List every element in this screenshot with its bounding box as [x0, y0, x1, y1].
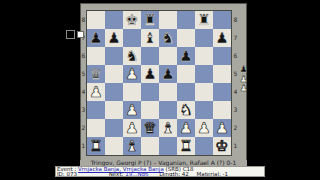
square-c8[interactable]: ♚ — [123, 11, 141, 29]
square-c3[interactable]: ♟ — [123, 101, 141, 119]
square-d6[interactable] — [141, 47, 159, 65]
square-e4[interactable] — [159, 83, 177, 101]
square-g2[interactable]: ♟ — [195, 119, 213, 137]
square-e8[interactable] — [159, 11, 177, 29]
square-f3[interactable]: ♞ — [177, 101, 195, 119]
black-bishop[interactable]: ♝ — [143, 30, 156, 45]
coord-label-7: 7 — [232, 29, 239, 47]
black-pawn[interactable]: ♟ — [161, 66, 174, 81]
game-info-panel: Event : Vrnjacka Banja, Vrnjacka Banja (… — [55, 166, 265, 177]
square-h2[interactable]: ♟ — [213, 119, 231, 137]
square-g5[interactable] — [195, 65, 213, 83]
square-d1[interactable] — [141, 137, 159, 155]
square-a5[interactable]: ♛ — [87, 65, 105, 83]
black-pawn[interactable]: ♟ — [179, 48, 192, 63]
square-d5[interactable]: ♟ — [141, 65, 159, 83]
square-g1[interactable] — [195, 137, 213, 155]
white-pawn[interactable]: ♟ — [125, 120, 138, 135]
square-h7[interactable]: ♟ — [213, 29, 231, 47]
square-g7[interactable] — [195, 29, 213, 47]
square-e5[interactable]: ♟ — [159, 65, 177, 83]
square-c2[interactable]: ♟ — [123, 119, 141, 137]
square-h6[interactable] — [213, 47, 231, 65]
square-h8[interactable] — [213, 11, 231, 29]
square-c5[interactable]: ♟ — [123, 65, 141, 83]
square-g8[interactable]: ♜ — [195, 11, 213, 29]
coord-label-1: 1 — [232, 137, 239, 155]
black-pawn[interactable]: ♟ — [107, 30, 120, 45]
square-d3[interactable] — [141, 101, 159, 119]
square-f4[interactable] — [177, 83, 195, 101]
square-f7[interactable] — [177, 29, 195, 47]
square-e2[interactable]: ♝ — [159, 119, 177, 137]
white-rook[interactable]: ♜ — [179, 138, 192, 153]
black-to-move-square-icon — [66, 30, 75, 39]
square-a1[interactable]: ♜ — [87, 137, 105, 155]
square-h5[interactable] — [213, 65, 231, 83]
black-pawn[interactable]: ♟ — [89, 30, 102, 45]
game-id: ID: 073 — [57, 172, 77, 177]
square-g6[interactable] — [195, 47, 213, 65]
captured-white-pawn-icon: ♟ — [238, 84, 249, 94]
material-balance: Material: -1 — [197, 172, 228, 177]
black-pawn[interactable]: ♟ — [215, 30, 228, 45]
square-b1[interactable] — [105, 137, 123, 155]
white-pawn[interactable]: ♟ — [89, 84, 102, 99]
square-c6[interactable]: ♞ — [123, 47, 141, 65]
stats-line: ID: 073 Next: 19...Ng6 Length: 42 Materi… — [57, 172, 264, 177]
square-g3[interactable] — [195, 101, 213, 119]
white-knight[interactable]: ♞ — [179, 102, 192, 117]
square-a3[interactable] — [87, 101, 105, 119]
square-a8[interactable] — [87, 11, 105, 29]
game-length: Length: 42 — [159, 172, 189, 177]
white-rook[interactable]: ♜ — [89, 138, 102, 153]
square-d8[interactable]: ♜ — [141, 11, 159, 29]
square-a6[interactable] — [87, 47, 105, 65]
square-c4[interactable] — [123, 83, 141, 101]
black-knight[interactable]: ♞ — [125, 48, 138, 63]
captured-pieces-tray: ♟♟♟ — [238, 65, 249, 94]
square-c7[interactable] — [123, 29, 141, 47]
white-square-icon — [77, 31, 84, 38]
coord-label-3: 3 — [232, 101, 239, 119]
white-pawn[interactable]: ♟ — [197, 120, 210, 135]
square-d2[interactable]: ♛ — [141, 119, 159, 137]
square-a2[interactable] — [87, 119, 105, 137]
white-king[interactable]: ♚ — [215, 138, 228, 153]
square-h4[interactable] — [213, 83, 231, 101]
chess-board[interactable]: ♚♜♜♟♟♝♞♟♞♟♛♟♟♟♟♟♞♟♛♝♟♟♟♜♝♜♚ — [86, 10, 232, 156]
square-b5[interactable] — [105, 65, 123, 83]
coord-label-6: 6 — [232, 47, 239, 65]
square-h3[interactable] — [213, 101, 231, 119]
square-d4[interactable] — [141, 83, 159, 101]
black-queen[interactable]: ♛ — [89, 66, 102, 81]
square-e6[interactable] — [159, 47, 177, 65]
black-knight[interactable]: ♞ — [161, 30, 174, 45]
square-c1[interactable]: ♝ — [123, 137, 141, 155]
white-queen[interactable]: ♛ — [143, 120, 156, 135]
square-f1[interactable]: ♜ — [177, 137, 195, 155]
next-move-label: Next: 19...Ng6 — [109, 172, 149, 177]
white-bishop[interactable]: ♝ — [161, 120, 174, 135]
square-f6[interactable]: ♟ — [177, 47, 195, 65]
square-d7[interactable]: ♝ — [141, 29, 159, 47]
white-pawn[interactable]: ♟ — [125, 66, 138, 81]
square-f5[interactable] — [177, 65, 195, 83]
white-pawn[interactable]: ♟ — [215, 120, 228, 135]
square-b7[interactable]: ♟ — [105, 29, 123, 47]
black-pawn[interactable]: ♟ — [143, 66, 156, 81]
square-b6[interactable] — [105, 47, 123, 65]
square-b4[interactable] — [105, 83, 123, 101]
white-bishop[interactable]: ♝ — [125, 138, 138, 153]
square-e7[interactable]: ♞ — [159, 29, 177, 47]
square-h1[interactable]: ♚ — [213, 137, 231, 155]
coord-label-8: 8 — [232, 11, 239, 29]
square-a7[interactable]: ♟ — [87, 29, 105, 47]
square-a4[interactable]: ♟ — [87, 83, 105, 101]
square-f2[interactable]: ♟ — [177, 119, 195, 137]
next-move-link[interactable]: 19...Ng6 — [125, 172, 148, 177]
square-g4[interactable] — [195, 83, 213, 101]
square-f8[interactable] — [177, 11, 195, 29]
square-b8[interactable] — [105, 11, 123, 29]
square-e1[interactable] — [159, 137, 177, 155]
black-king[interactable]: ♚ — [125, 12, 138, 27]
white-pawn[interactable]: ♟ — [125, 102, 138, 117]
square-b3[interactable] — [105, 101, 123, 119]
side-to-move-indicator — [66, 30, 84, 39]
white-pawn[interactable]: ♟ — [179, 120, 192, 135]
black-rook[interactable]: ♜ — [197, 12, 210, 27]
square-e3[interactable] — [159, 101, 177, 119]
square-b2[interactable] — [105, 119, 123, 137]
coord-label-2: 2 — [232, 119, 239, 137]
black-rook[interactable]: ♜ — [143, 12, 156, 27]
